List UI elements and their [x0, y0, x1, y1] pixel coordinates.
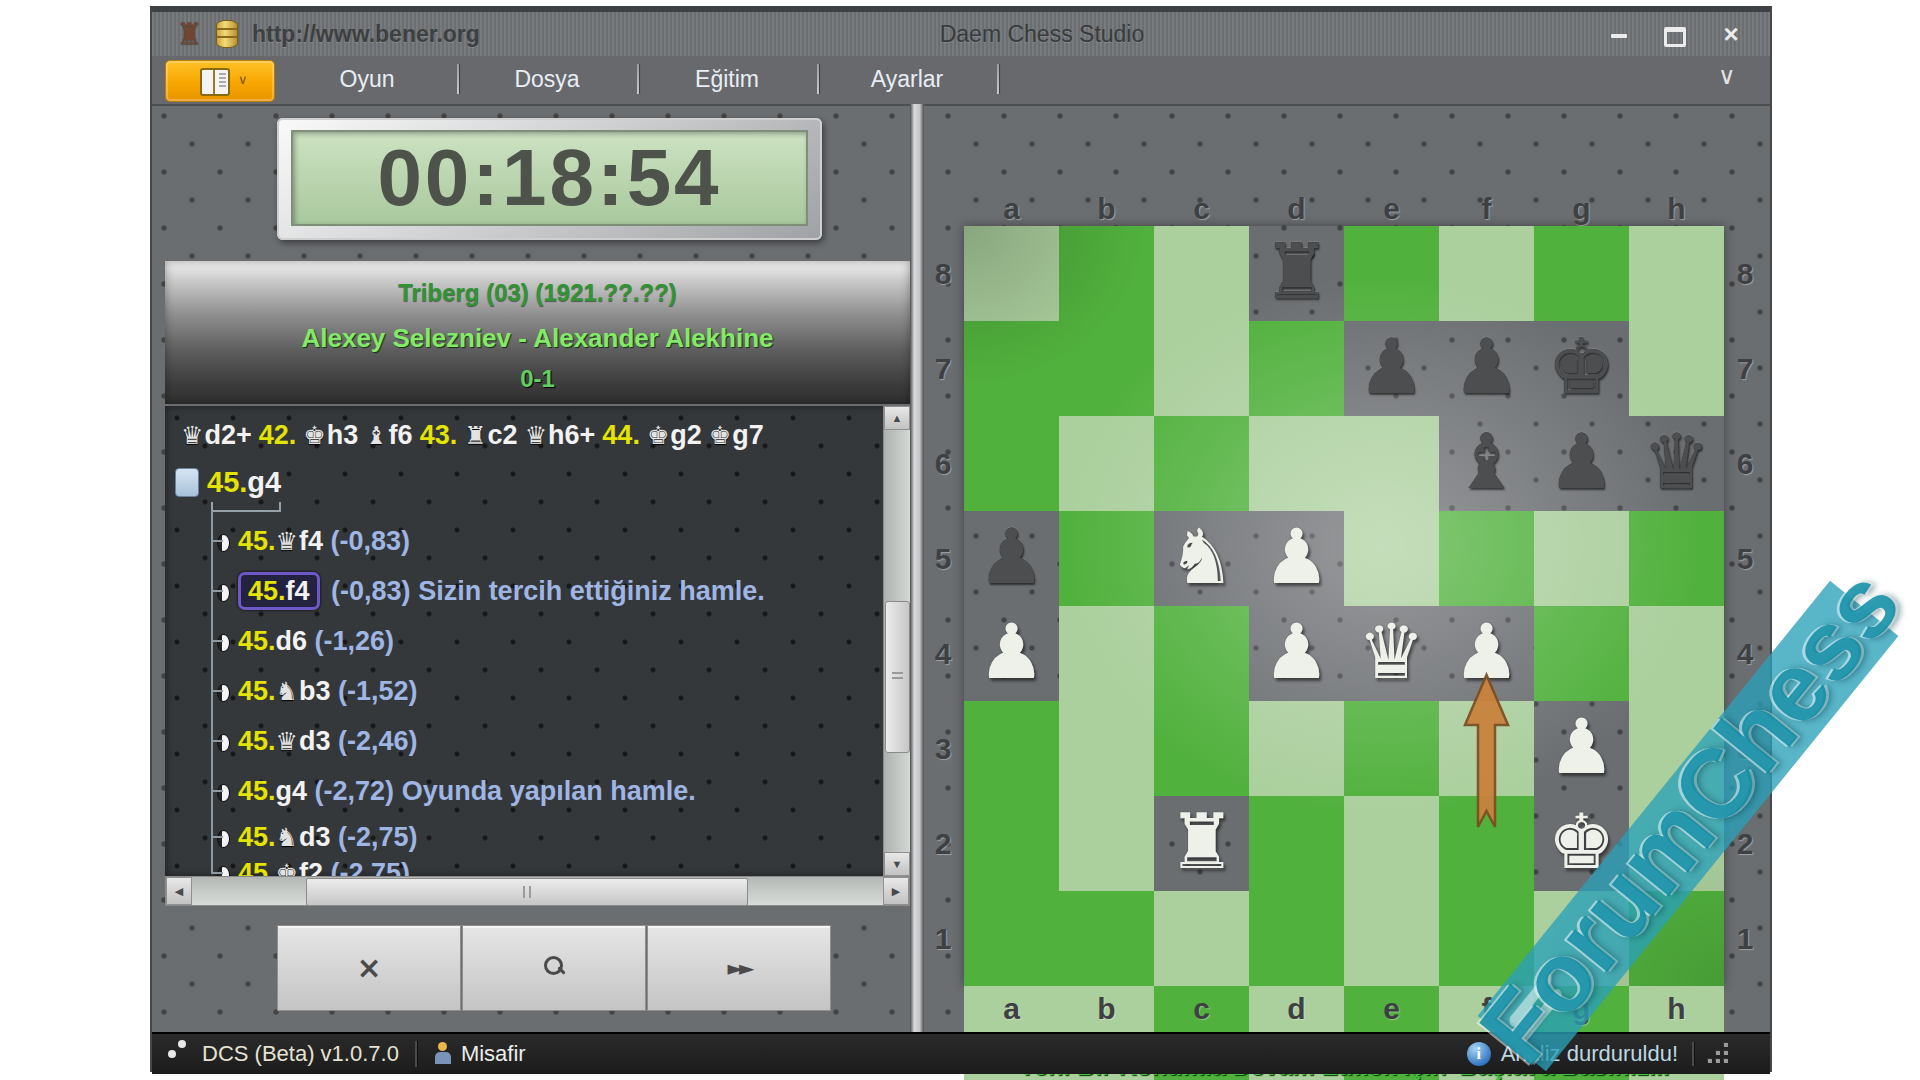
file-label-b-top: b [1059, 192, 1154, 222]
tab-egitim[interactable]: Eğitim [637, 56, 817, 102]
square-a4[interactable] [1629, 701, 1724, 796]
move-tree-panel: ♛d2+42.♚h3♝f643.♜c2♛h6+44.♚g2♚g7 45.g4 4… [165, 406, 910, 876]
bullet-icon [217, 734, 230, 752]
screenshot-stage: ♜ http://www.bener.org Daem Chess Studio… [0, 0, 1920, 1080]
rank-label-6-right: 6 [1728, 416, 1762, 511]
rank-label-7-right: 7 [1728, 321, 1762, 416]
move-number: 45. [238, 858, 276, 876]
square-h7[interactable] [1249, 416, 1344, 511]
bullet-icon [217, 830, 230, 848]
variation-row: 45.♞b3 (-1,52) [217, 674, 418, 709]
square-g7[interactable] [1154, 416, 1249, 511]
file-label-g-bottom: g [1534, 992, 1629, 1022]
square-e4[interactable] [1344, 796, 1439, 891]
square-e7[interactable] [964, 416, 1059, 511]
rank-label-5-left: 5 [926, 511, 960, 606]
scroll-down-arrow[interactable]: ▼ [884, 852, 910, 876]
file-label-a-top: a [964, 192, 1059, 222]
title-bar: ♜ http://www.bener.org Daem Chess Studio… [152, 12, 1770, 56]
square-c4[interactable] [1059, 796, 1154, 891]
resize-grip[interactable] [1708, 1043, 1730, 1065]
variation-row: 45.g4 (-2,72) Oyunda yapılan hamle. [217, 774, 696, 808]
control-buttons: × ►► [277, 925, 831, 1011]
piece-icon: ♞ [276, 823, 298, 852]
black-king-g7[interactable]: ♚ [1534, 321, 1629, 416]
piece-icon: ♛ [276, 727, 298, 756]
x-icon: × [356, 950, 381, 985]
move-text[interactable]: d6 [276, 626, 308, 656]
current-move[interactable]: 45.g4 [207, 466, 281, 499]
file-label-f-bottom: f [1439, 992, 1534, 1022]
file-label-a-bottom: a [964, 992, 1059, 1022]
white-pawn-d5[interactable]: ♟ [1249, 511, 1344, 606]
white-queen-e4[interactable]: ♛ [1344, 606, 1439, 701]
white-pawn-a4[interactable]: ♟ [964, 606, 1059, 701]
rank-labels-right: 87654321 [1728, 226, 1762, 986]
file-labels-top: abcdefgh [964, 192, 1724, 222]
square-e8[interactable] [1439, 226, 1534, 321]
rank-label-4-right: 4 [1728, 606, 1762, 701]
move-text[interactable]: f6 [389, 420, 413, 450]
move-text[interactable]: d2+ [204, 420, 251, 450]
file-label-f-top: f [1439, 192, 1534, 222]
move-number: 45. [207, 466, 247, 498]
analysis-status: Analiz durduruldu! [1501, 1041, 1678, 1067]
minimize-button[interactable] [1604, 24, 1634, 46]
black-bishop-f6[interactable]: ♝ [1439, 416, 1534, 511]
square-e6[interactable] [1534, 511, 1629, 606]
evaluation: (-2,75) [331, 858, 411, 876]
scroll-left-arrow[interactable]: ◀ [166, 877, 192, 905]
chevron-down-icon: ∨ [238, 75, 248, 85]
file-label-c-top: c [1154, 192, 1249, 222]
move-text[interactable]: g7 [732, 420, 764, 450]
move-number: 43. [420, 420, 458, 450]
square-b4[interactable] [964, 796, 1059, 891]
tree-bracket [211, 502, 281, 512]
file-labels-bottom: abcdefgh [964, 992, 1724, 1022]
square-d4[interactable] [1249, 796, 1344, 891]
black-pawn-f7[interactable]: ♟ [1439, 321, 1534, 416]
square-a5[interactable] [1534, 606, 1629, 701]
square-a6[interactable] [1344, 416, 1439, 511]
evaluation: (-0,83) [331, 526, 411, 556]
bullet-icon [217, 684, 230, 702]
move-number: 45. [238, 776, 276, 806]
square-e5[interactable] [1154, 701, 1249, 796]
square-c3[interactable] [1249, 891, 1344, 986]
square-b3[interactable] [1154, 891, 1249, 986]
delete-line-button[interactable]: × [277, 925, 461, 1011]
tab-divider [997, 64, 999, 94]
status-divider [1692, 1042, 1694, 1066]
move-comment: Oyunda yapılan hamle. [402, 776, 696, 806]
highlighted-move[interactable]: 45.f4 [238, 572, 320, 610]
piece-icon: ♞ [276, 677, 298, 706]
scroll-right-arrow[interactable]: ▶ [883, 877, 909, 905]
scroll-up-arrow[interactable]: ▲ [884, 406, 910, 430]
move-text[interactable]: h6+ [548, 420, 595, 450]
rank-label-7-left: 7 [926, 321, 960, 416]
coins-icon [216, 20, 238, 48]
black-queen-h6[interactable]: ♛ [1629, 416, 1724, 511]
move-text[interactable]: g2 [670, 420, 702, 450]
app-window: ♜ http://www.bener.org Daem Chess Studio… [150, 6, 1772, 1072]
main-area: 00:18:54 Triberg (03) (1921.??.??) Alexe… [152, 104, 1770, 1038]
bullet-icon [217, 584, 230, 602]
square-d6[interactable] [1439, 511, 1534, 606]
variation-row: 45.♚f2 (-2,75) [217, 856, 410, 876]
file-label-d-bottom: d [1249, 992, 1344, 1022]
panel-separator[interactable] [910, 104, 924, 1038]
square-d5[interactable] [1059, 701, 1154, 796]
info-icon: i [1467, 1042, 1491, 1066]
move-text[interactable]: h3 [327, 420, 359, 450]
square-h8[interactable] [964, 321, 1059, 416]
move-number: 45. [238, 526, 276, 556]
rank-label-4-left: 4 [926, 606, 960, 701]
move-text[interactable]: f2 [299, 858, 323, 876]
square-c5[interactable] [964, 701, 1059, 796]
black-rook-d8[interactable]: ♜ [1249, 226, 1344, 321]
maximize-button[interactable] [1660, 24, 1690, 46]
move-comment: Sizin tercih ettiğiniz hamle. [418, 576, 765, 606]
file-label-h-bottom: h [1629, 992, 1724, 1022]
square-f6[interactable] [1629, 511, 1724, 606]
bullet-icon [217, 866, 230, 876]
game-info-bar: Triberg (03) (1921.??.??) Alexey Selezni… [165, 261, 910, 404]
move-text: g4 [247, 466, 281, 498]
piece-icon: ♜ [464, 421, 486, 450]
square-b5[interactable] [1629, 606, 1724, 701]
window-title: Daem Chess Studio [912, 21, 1172, 48]
move-number: 45. [248, 576, 286, 606]
white-knight-c5[interactable]: ♞ [1154, 511, 1249, 606]
square-c6[interactable] [1344, 511, 1439, 606]
file-label-h-top: h [1629, 192, 1724, 222]
evaluation: (-1,26) [315, 626, 395, 656]
event-name: Triberg (03) (1921.??.??) [165, 279, 910, 307]
square-c7[interactable] [1249, 321, 1344, 416]
piece-icon: ♛ [525, 421, 547, 450]
square-h6[interactable] [1154, 606, 1249, 701]
move-number: 42. [259, 420, 297, 450]
square-b8[interactable] [1059, 226, 1154, 321]
evaluation: (-2,46) [338, 726, 418, 756]
variation-row: 45.♞d3 (-2,75) [217, 820, 418, 855]
piece-icon: ♛ [181, 421, 203, 450]
square-g5[interactable] [1344, 701, 1439, 796]
tab-dosya[interactable]: Dosya [457, 56, 637, 102]
fast-forward-icon: ►► [728, 956, 751, 980]
app-version: DCS (Beta) v1.0.7.0 [202, 1041, 399, 1067]
bullet-icon [217, 534, 230, 552]
black-pawn-e7[interactable]: ♟ [1344, 321, 1439, 416]
status-bar: DCS (Beta) v1.0.7.0 Misafir i Analiz dur… [152, 1032, 1770, 1074]
piece-icon: ♚ [647, 421, 669, 450]
white-pawn-f4[interactable]: ♟ [1439, 606, 1534, 701]
user-icon [433, 1042, 453, 1066]
minimize-icon [1611, 34, 1627, 38]
maximize-icon [1664, 27, 1686, 47]
file-label-b-bottom: b [1059, 992, 1154, 1022]
tab-ayarlar[interactable]: Ayarlar [817, 56, 997, 102]
rank-label-8-right: 8 [1728, 226, 1762, 321]
players-names: Alexey Selezniev - Alexander Alekhine [165, 323, 910, 354]
white-king-g2[interactable]: ♚ [1534, 796, 1629, 891]
chess-board: ♜♟♟♚♝♟♛♟♞♟♟♟♛♟♟♜♚ [964, 226, 1724, 986]
collapse-chevron-icon[interactable]: ∨ [1718, 62, 1736, 90]
white-pawn-g3[interactable]: ♟ [1534, 701, 1629, 796]
white-pawn-d4[interactable]: ♟ [1249, 606, 1344, 701]
square-a3[interactable] [1059, 891, 1154, 986]
rank-label-2-left: 2 [926, 796, 960, 891]
analyze-button[interactable] [462, 925, 646, 1011]
evaluation: (-2,72) [315, 776, 395, 806]
evaluation: (-0,83) [331, 576, 411, 606]
file-label-e-top: e [1344, 192, 1439, 222]
file-label-c-bottom: c [1154, 992, 1249, 1022]
user-name: Misafir [461, 1041, 526, 1067]
square-h5[interactable] [1439, 701, 1534, 796]
square-f7[interactable] [1059, 416, 1154, 511]
piece-icon: ♚ [303, 421, 325, 450]
move-number: 45. [238, 726, 276, 756]
square-g6[interactable] [1059, 606, 1154, 701]
square-a7[interactable] [1059, 321, 1154, 416]
square-b7[interactable] [1154, 321, 1249, 416]
black-pawn-a5[interactable]: ♟ [964, 511, 1059, 606]
chess-clock: 00:18:54 [277, 118, 822, 240]
square-d8[interactable] [1344, 226, 1439, 321]
rank-label-3-left: 3 [926, 701, 960, 796]
move-number: 45. [238, 626, 276, 656]
piece-icon: ♝ [365, 421, 387, 450]
square-e3[interactable] [1439, 891, 1534, 986]
square-f4[interactable] [1439, 796, 1534, 891]
status-dots [168, 1050, 176, 1058]
square-d3[interactable] [1344, 891, 1439, 986]
variation-row: 45.f4 (-0,83) Sizin tercih ettiğiniz ham… [217, 574, 765, 608]
file-label-d-top: d [1249, 192, 1344, 222]
file-label-e-bottom: e [1344, 992, 1439, 1022]
move-text[interactable]: g4 [276, 776, 308, 806]
tab-oyun[interactable]: Oyun [277, 56, 457, 102]
square-g8[interactable] [1629, 226, 1724, 321]
main-menu-button[interactable]: ∨ [165, 60, 275, 102]
move-text[interactable]: d3 [299, 822, 331, 852]
rook-logo-icon: ♜ [176, 16, 203, 51]
piece-icon: ♚ [276, 859, 298, 876]
white-rook-c2[interactable]: ♜ [1154, 796, 1249, 891]
rank-label-1-left: 1 [926, 891, 960, 986]
move-number: 45. [238, 822, 276, 852]
move-text[interactable]: f4 [299, 526, 323, 556]
status-divider [415, 1041, 417, 1067]
file-label-g-top: g [1534, 192, 1629, 222]
piece-icon: ♚ [709, 421, 731, 450]
move-history-line: ♛d2+42.♚h3♝f643.♜c2♛h6+44.♚g2♚g7 [181, 420, 771, 451]
scroll-thumb[interactable] [306, 878, 748, 906]
square-b6[interactable] [1059, 511, 1154, 606]
rank-label-6-left: 6 [926, 416, 960, 511]
rank-labels-left: 87654321 [926, 226, 960, 986]
evaluation: (-1,52) [338, 676, 418, 706]
site-url: http://www.bener.org [252, 21, 480, 48]
status-right: i Analiz durduruldu! [1467, 1041, 1730, 1067]
expander-icon[interactable] [175, 468, 199, 497]
evaluation: (-2,75) [338, 822, 418, 852]
black-pawn-g6[interactable]: ♟ [1534, 416, 1629, 511]
move-text[interactable]: c2 [488, 420, 518, 450]
magnifier-icon [544, 956, 564, 976]
game-result: 0-1 [165, 365, 910, 393]
move-text[interactable]: b3 [299, 676, 331, 706]
bullet-icon [217, 634, 230, 652]
square-g3[interactable] [1629, 891, 1724, 986]
variation-row: 45.♛f4 (-0,83) [217, 524, 410, 559]
square-g4[interactable] [1629, 796, 1724, 891]
bullet-icon [217, 784, 230, 802]
clock-display: 00:18:54 [291, 130, 808, 226]
square-h4[interactable] [964, 891, 1059, 986]
vertical-scrollbar[interactable]: ▲ ▼ [883, 406, 910, 876]
horizontal-scrollbar[interactable]: ◀ ▶ [165, 876, 910, 906]
square-a8[interactable] [964, 226, 1059, 321]
piece-icon: ♛ [276, 527, 298, 556]
move-text[interactable]: f4 [286, 576, 310, 606]
move-number: 44. [602, 420, 640, 450]
book-icon [200, 68, 230, 96]
forward-button[interactable]: ►► [647, 925, 831, 1011]
menu-bar: ∨ Oyun Dosya Eğitim Ayarlar [152, 56, 1770, 106]
move-number: 45. [238, 676, 276, 706]
rank-label-3-right: 3 [1728, 701, 1762, 796]
square-c8[interactable] [1154, 226, 1249, 321]
variation-row: 45.♛d3 (-2,46) [217, 724, 418, 759]
rank-label-8-left: 8 [926, 226, 960, 321]
square-f5[interactable] [1249, 701, 1344, 796]
variation-row: 45.d6 (-1,26) [217, 624, 394, 658]
square-d7[interactable] [1629, 321, 1724, 416]
scroll-thumb[interactable] [885, 601, 910, 753]
rank-label-2-right: 2 [1728, 796, 1762, 891]
square-f8[interactable] [1534, 226, 1629, 321]
square-f3[interactable] [1534, 891, 1629, 986]
rank-label-5-right: 5 [1728, 511, 1762, 606]
rank-label-1-right: 1 [1728, 891, 1762, 986]
move-text[interactable]: d3 [299, 726, 331, 756]
close-button[interactable]: × [1716, 24, 1746, 46]
